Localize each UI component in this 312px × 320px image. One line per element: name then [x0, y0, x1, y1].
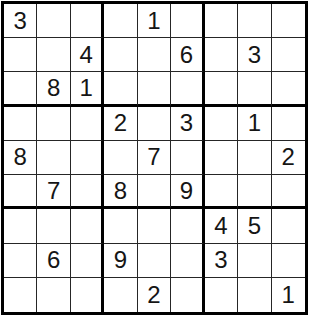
cell-r6c1[interactable] [4, 175, 37, 209]
cell-r4c4[interactable]: 2 [104, 107, 137, 141]
cell-r6c6[interactable]: 9 [171, 175, 204, 209]
cell-r9c4[interactable] [104, 278, 137, 312]
cell-r4c9[interactable] [272, 107, 305, 141]
cell-r3c8[interactable] [238, 72, 271, 106]
cell-r7c9[interactable] [272, 209, 305, 243]
cell-r2c5[interactable] [138, 38, 171, 72]
cell-r4c5[interactable] [138, 107, 171, 141]
cell-r5c7[interactable] [205, 141, 238, 175]
cell-r9c1[interactable] [4, 278, 37, 312]
cell-r5c4[interactable] [104, 141, 137, 175]
cell-r1c9[interactable] [272, 4, 305, 38]
cell-r5c2[interactable] [37, 141, 70, 175]
cell-r5c6[interactable] [171, 141, 204, 175]
cell-r8c1[interactable] [4, 244, 37, 278]
cell-r1c7[interactable] [205, 4, 238, 38]
cell-r2c4[interactable] [104, 38, 137, 72]
cell-r6c5[interactable] [138, 175, 171, 209]
cell-r5c1[interactable]: 8 [4, 141, 37, 175]
cell-r8c5[interactable] [138, 244, 171, 278]
cell-r3c6[interactable] [171, 72, 204, 106]
cell-r6c2[interactable]: 7 [37, 175, 70, 209]
cell-r9c6[interactable] [171, 278, 204, 312]
cell-r9c8[interactable] [238, 278, 271, 312]
cell-r4c6[interactable]: 3 [171, 107, 204, 141]
cell-r1c6[interactable] [171, 4, 204, 38]
cell-r9c9[interactable]: 1 [272, 278, 305, 312]
sudoku-board: 31463812318727894569321 [1, 1, 308, 315]
cell-r7c7[interactable]: 4 [205, 209, 238, 243]
cell-r8c8[interactable] [238, 244, 271, 278]
cell-r3c1[interactable] [4, 72, 37, 106]
cell-r8c6[interactable] [171, 244, 204, 278]
cell-r4c2[interactable] [37, 107, 70, 141]
cell-r4c7[interactable] [205, 107, 238, 141]
cell-r2c7[interactable] [205, 38, 238, 72]
cell-r4c3[interactable] [71, 107, 104, 141]
cell-r7c4[interactable] [104, 209, 137, 243]
sudoku-screenshot: 31463812318727894569321 [0, 0, 312, 320]
cell-r7c5[interactable] [138, 209, 171, 243]
cell-r9c7[interactable] [205, 278, 238, 312]
cell-r8c2[interactable]: 6 [37, 244, 70, 278]
cell-r1c1[interactable]: 3 [4, 4, 37, 38]
cell-r3c3[interactable]: 1 [71, 72, 104, 106]
cell-r3c9[interactable] [272, 72, 305, 106]
cell-r9c3[interactable] [71, 278, 104, 312]
cell-r7c3[interactable] [71, 209, 104, 243]
cell-r3c7[interactable] [205, 72, 238, 106]
cell-r6c8[interactable] [238, 175, 271, 209]
cell-r7c1[interactable] [4, 209, 37, 243]
cell-r1c8[interactable] [238, 4, 271, 38]
cell-r6c3[interactable] [71, 175, 104, 209]
cell-r8c9[interactable] [272, 244, 305, 278]
cell-r3c5[interactable] [138, 72, 171, 106]
cell-r7c8[interactable]: 5 [238, 209, 271, 243]
cell-r2c3[interactable]: 4 [71, 38, 104, 72]
cell-r2c9[interactable] [272, 38, 305, 72]
cell-r2c1[interactable] [4, 38, 37, 72]
cell-r5c8[interactable] [238, 141, 271, 175]
cell-r1c3[interactable] [71, 4, 104, 38]
cell-r3c4[interactable] [104, 72, 137, 106]
cell-r1c5[interactable]: 1 [138, 4, 171, 38]
cell-r2c8[interactable]: 3 [238, 38, 271, 72]
cell-r5c3[interactable] [71, 141, 104, 175]
cell-r6c7[interactable] [205, 175, 238, 209]
cell-r1c2[interactable] [37, 4, 70, 38]
cell-r6c4[interactable]: 8 [104, 175, 137, 209]
cell-r3c2[interactable]: 8 [37, 72, 70, 106]
cell-r9c5[interactable]: 2 [138, 278, 171, 312]
cell-r8c4[interactable]: 9 [104, 244, 137, 278]
cell-r7c2[interactable] [37, 209, 70, 243]
cell-r2c2[interactable] [37, 38, 70, 72]
cell-r4c1[interactable] [4, 107, 37, 141]
cell-r5c9[interactable]: 2 [272, 141, 305, 175]
cell-r2c6[interactable]: 6 [171, 38, 204, 72]
cell-r1c4[interactable] [104, 4, 137, 38]
cell-r8c7[interactable]: 3 [205, 244, 238, 278]
cell-r6c9[interactable] [272, 175, 305, 209]
cell-r7c6[interactable] [171, 209, 204, 243]
cell-r5c5[interactable]: 7 [138, 141, 171, 175]
cell-r9c2[interactable] [37, 278, 70, 312]
cell-r8c3[interactable] [71, 244, 104, 278]
cell-r4c8[interactable]: 1 [238, 107, 271, 141]
